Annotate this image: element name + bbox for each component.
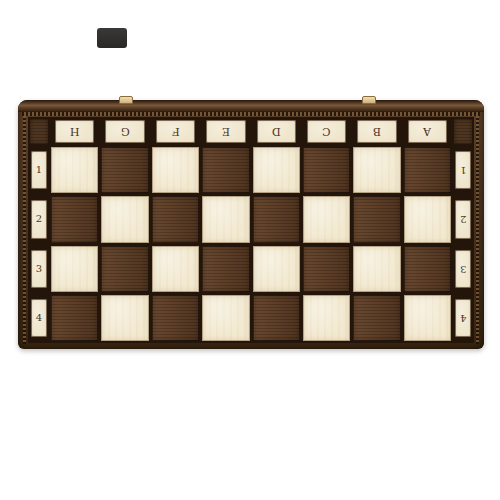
corner-top-right <box>454 119 472 144</box>
square-e3[interactable] <box>202 246 249 292</box>
square-c4[interactable] <box>303 295 350 341</box>
square-f1[interactable] <box>152 147 199 193</box>
rank-label-left-2: 2 <box>31 200 47 238</box>
corner-top-left <box>30 119 48 144</box>
carved-rope-border-left <box>23 116 26 344</box>
square-f4[interactable] <box>152 295 199 341</box>
file-label-a: A <box>408 120 447 143</box>
rank-label-left-4: 4 <box>31 299 47 337</box>
rank-label-left-4-text: 4 <box>36 313 42 323</box>
square-d4[interactable] <box>253 295 300 341</box>
rank-label-right-3-text: 3 <box>460 264 466 274</box>
file-label-c: C <box>307 120 346 143</box>
square-d3[interactable] <box>253 246 300 292</box>
file-label-e: E <box>206 120 245 143</box>
file-label-b-text: B <box>373 126 381 137</box>
carved-rope-border-right <box>476 116 479 344</box>
board-fold-edge <box>18 100 484 112</box>
square-d2[interactable] <box>253 196 300 242</box>
file-label-b: B <box>357 120 396 143</box>
rank-label-right-3: 3 <box>455 250 471 288</box>
rank-label-left-1-text: 1 <box>36 165 42 175</box>
file-label-h-text: H <box>70 126 80 137</box>
square-g1[interactable] <box>101 147 148 193</box>
rank-label-right-4-text: 4 <box>460 313 466 323</box>
square-c1[interactable] <box>303 147 350 193</box>
rank-label-left-3: 3 <box>31 250 47 288</box>
square-a4[interactable] <box>404 295 451 341</box>
square-g4[interactable] <box>101 295 148 341</box>
rank-label-right-2: 2 <box>455 200 471 238</box>
rank-label-right-1: 1 <box>455 151 471 189</box>
rank-label-right-4: 4 <box>455 299 471 337</box>
file-label-d-text: D <box>272 126 281 137</box>
square-g2[interactable] <box>101 196 148 242</box>
square-a1[interactable] <box>404 147 451 193</box>
square-g3[interactable] <box>101 246 148 292</box>
chess-board: HGFEDCBA11223344 <box>18 100 484 349</box>
brass-hinge-right <box>362 96 376 104</box>
square-h4[interactable] <box>51 295 98 341</box>
file-label-e-text: E <box>222 126 230 137</box>
file-label-f-text: F <box>172 126 180 137</box>
board-grid: HGFEDCBA11223344 <box>28 117 474 343</box>
carved-rope-border-top <box>22 112 480 116</box>
square-c2[interactable] <box>303 196 350 242</box>
file-label-g: G <box>105 120 144 143</box>
file-label-h: H <box>55 120 94 143</box>
square-f3[interactable] <box>152 246 199 292</box>
file-label-d: D <box>257 120 296 143</box>
square-d1[interactable] <box>253 147 300 193</box>
file-label-f: F <box>156 120 195 143</box>
square-h1[interactable] <box>51 147 98 193</box>
square-f2[interactable] <box>152 196 199 242</box>
file-label-g-text: G <box>121 126 130 137</box>
square-b1[interactable] <box>353 147 400 193</box>
rank-label-left-1: 1 <box>31 151 47 189</box>
square-h3[interactable] <box>51 246 98 292</box>
wall-hook-tab <box>97 28 127 48</box>
square-b4[interactable] <box>353 295 400 341</box>
rank-label-left-3-text: 3 <box>36 264 42 274</box>
square-h2[interactable] <box>51 196 98 242</box>
square-e4[interactable] <box>202 295 249 341</box>
brass-hinge-left <box>119 96 133 104</box>
rank-label-right-2-text: 2 <box>460 214 466 224</box>
file-label-c-text: C <box>322 126 330 137</box>
square-e1[interactable] <box>202 147 249 193</box>
square-b3[interactable] <box>353 246 400 292</box>
square-e2[interactable] <box>202 196 249 242</box>
square-c3[interactable] <box>303 246 350 292</box>
rank-label-left-2-text: 2 <box>36 214 42 224</box>
file-label-a-text: A <box>423 126 431 137</box>
square-b2[interactable] <box>353 196 400 242</box>
square-a3[interactable] <box>404 246 451 292</box>
square-a2[interactable] <box>404 196 451 242</box>
rank-label-right-1-text: 1 <box>460 165 466 175</box>
